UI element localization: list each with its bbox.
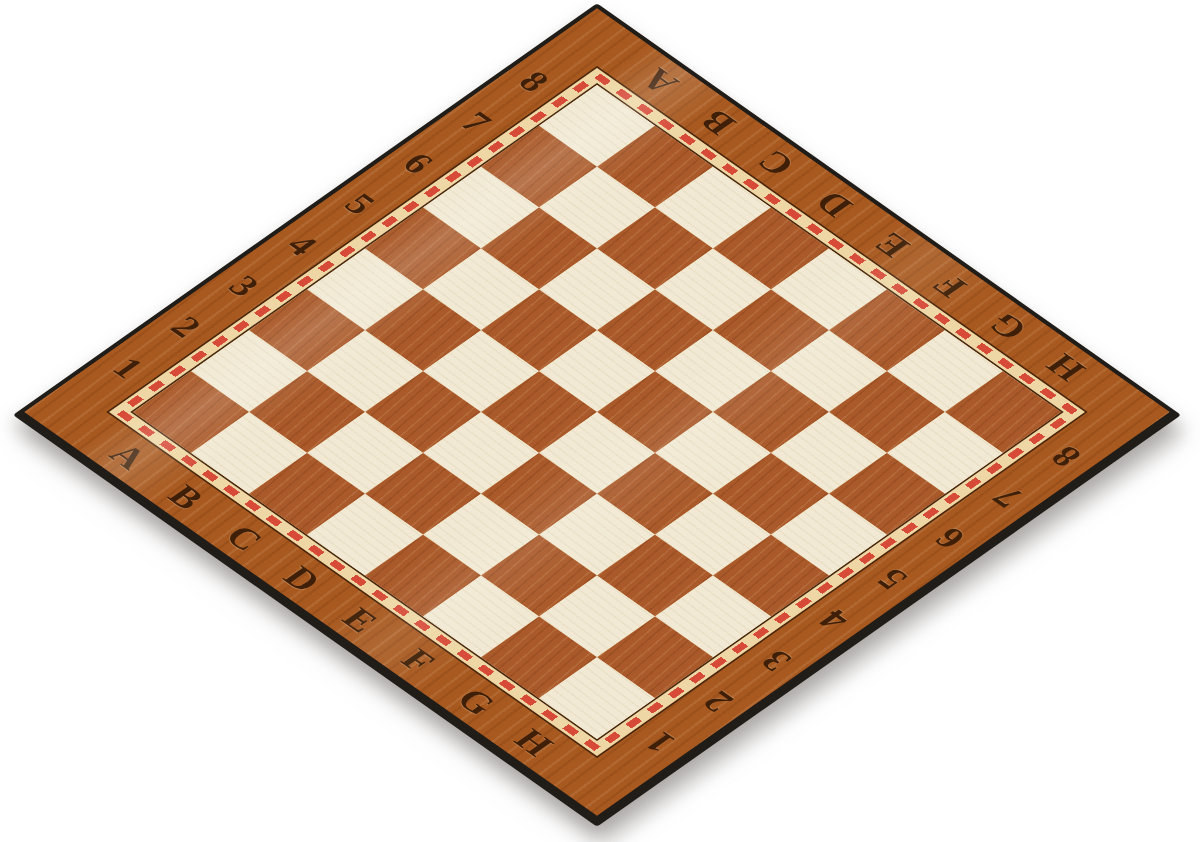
scene-background: 87654321 87654321 ABCDEFGH ABCDEFGH [0, 0, 1200, 842]
board-wood-border: 87654321 87654321 ABCDEFGH ABCDEFGH [24, 8, 1170, 816]
board-shadow: 87654321 87654321 ABCDEFGH ABCDEFGH [0, 0, 1200, 842]
playing-field [133, 85, 1061, 739]
trim-outer-line [106, 66, 1087, 758]
field-outline [130, 83, 1063, 741]
chess-board: 87654321 87654321 ABCDEFGH ABCDEFGH [13, 3, 1181, 827]
red-dash-trim [109, 68, 1085, 756]
